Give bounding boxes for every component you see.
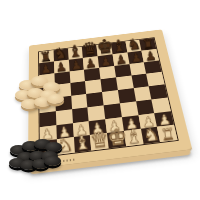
piece-white-rook: ♜ xyxy=(159,126,178,143)
square xyxy=(70,81,86,95)
square xyxy=(85,79,102,93)
square: ♟ xyxy=(105,117,123,133)
square xyxy=(149,84,168,99)
square xyxy=(102,90,120,105)
square xyxy=(56,109,73,125)
square xyxy=(69,69,85,83)
checker-dark xyxy=(44,156,61,166)
piece-white-knight: ♞ xyxy=(141,126,160,146)
square: ♝ xyxy=(73,135,91,152)
square xyxy=(71,94,88,109)
square: ♜ xyxy=(157,125,177,142)
square xyxy=(40,111,57,127)
square xyxy=(146,72,164,86)
square xyxy=(101,78,118,92)
checker-light xyxy=(47,94,64,104)
piece-white-bishop: ♝ xyxy=(124,127,143,148)
square: ♚ xyxy=(107,131,126,148)
square xyxy=(133,86,151,101)
square: ♛ xyxy=(90,133,109,150)
square xyxy=(104,103,122,119)
product-photo: ♜♞♝♛♚♝♞♜♟♟♟♟♟♟♟♟♟♟♟♟♟♟♟♟♜♞♝♛♚♝♞♜ xyxy=(0,0,200,200)
